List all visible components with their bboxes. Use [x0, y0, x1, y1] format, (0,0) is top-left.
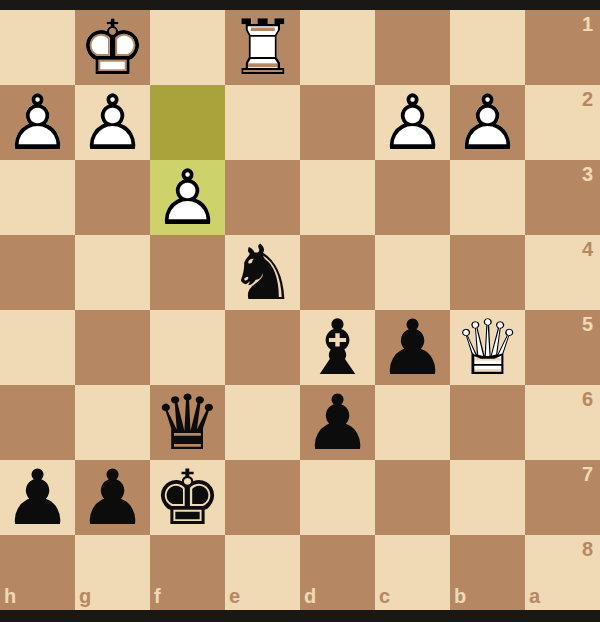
square-a5[interactable]: 5	[525, 310, 600, 385]
square-e4[interactable]: ♞	[225, 235, 300, 310]
file-label-h: h	[4, 585, 16, 608]
square-h6[interactable]	[0, 385, 75, 460]
square-f3[interactable]: ♟♙	[150, 160, 225, 235]
square-e6[interactable]	[225, 385, 300, 460]
rank-label-3: 3	[582, 163, 593, 186]
piece-black-king[interactable]: ♚	[150, 460, 225, 535]
piece-white-queen[interactable]: ♕	[450, 310, 525, 385]
square-h5[interactable]	[0, 310, 75, 385]
square-b4[interactable]	[450, 235, 525, 310]
square-g7[interactable]: ♟	[75, 460, 150, 535]
square-d7[interactable]	[300, 460, 375, 535]
square-c8[interactable]: c	[375, 535, 450, 610]
piece-black-pawn[interactable]: ♟	[0, 460, 75, 535]
square-f6[interactable]: ♛	[150, 385, 225, 460]
square-g6[interactable]	[75, 385, 150, 460]
rank-label-7: 7	[582, 463, 593, 486]
square-a8[interactable]: 8a	[525, 535, 600, 610]
rank-label-4: 4	[582, 238, 593, 261]
square-g8[interactable]: g	[75, 535, 150, 610]
white-rook-fill: ♜	[225, 10, 300, 85]
square-f4[interactable]	[150, 235, 225, 310]
square-c4[interactable]	[375, 235, 450, 310]
file-label-g: g	[79, 585, 91, 608]
square-c2[interactable]: ♟♙	[375, 85, 450, 160]
square-g1[interactable]: ♚♔	[75, 10, 150, 85]
white-pawn-fill: ♟	[0, 85, 75, 160]
white-pawn-fill: ♟	[450, 85, 525, 160]
square-e7[interactable]	[225, 460, 300, 535]
square-c7[interactable]	[375, 460, 450, 535]
square-h8[interactable]: h	[0, 535, 75, 610]
square-b7[interactable]	[450, 460, 525, 535]
piece-white-pawn[interactable]: ♙	[0, 85, 75, 160]
square-d5[interactable]: ♝	[300, 310, 375, 385]
file-label-c: c	[379, 585, 390, 608]
square-h4[interactable]	[0, 235, 75, 310]
square-d3[interactable]	[300, 160, 375, 235]
piece-black-pawn[interactable]: ♟	[75, 460, 150, 535]
rank-label-1: 1	[582, 13, 593, 36]
square-h3[interactable]	[0, 160, 75, 235]
square-f5[interactable]	[150, 310, 225, 385]
square-f2[interactable]	[150, 85, 225, 160]
piece-black-bishop[interactable]: ♝	[300, 310, 375, 385]
square-f1[interactable]	[150, 10, 225, 85]
white-pawn-fill: ♟	[75, 85, 150, 160]
square-d1[interactable]	[300, 10, 375, 85]
file-label-a: a	[529, 585, 540, 608]
rank-label-8: 8	[582, 538, 593, 561]
square-b6[interactable]	[450, 385, 525, 460]
square-c3[interactable]	[375, 160, 450, 235]
piece-black-queen[interactable]: ♛	[150, 385, 225, 460]
square-f8[interactable]: f	[150, 535, 225, 610]
square-c6[interactable]	[375, 385, 450, 460]
square-a7[interactable]: 7	[525, 460, 600, 535]
white-king-fill: ♚	[75, 10, 150, 85]
piece-white-pawn[interactable]: ♙	[450, 85, 525, 160]
square-g5[interactable]	[75, 310, 150, 385]
square-a4[interactable]: 4	[525, 235, 600, 310]
white-pawn-fill: ♟	[375, 85, 450, 160]
file-label-e: e	[229, 585, 240, 608]
square-d2[interactable]	[300, 85, 375, 160]
piece-white-rook[interactable]: ♖	[225, 10, 300, 85]
piece-black-pawn[interactable]: ♟	[375, 310, 450, 385]
square-d6[interactable]: ♟	[300, 385, 375, 460]
piece-white-pawn[interactable]: ♙	[375, 85, 450, 160]
square-g4[interactable]	[75, 235, 150, 310]
square-b8[interactable]: b	[450, 535, 525, 610]
piece-black-knight[interactable]: ♞	[225, 235, 300, 310]
file-label-b: b	[454, 585, 466, 608]
square-b3[interactable]	[450, 160, 525, 235]
square-e1[interactable]: ♜♖	[225, 10, 300, 85]
square-b1[interactable]	[450, 10, 525, 85]
square-a2[interactable]: 2	[525, 85, 600, 160]
app-frame: ♚♔♜♖1♟♙♟♙♟♙♟♙2♟♙3♞4♝♟♛♕5♛♟6♟♟♚7hgfedcb8a	[0, 0, 600, 622]
square-c1[interactable]	[375, 10, 450, 85]
square-e2[interactable]	[225, 85, 300, 160]
rank-label-6: 6	[582, 388, 593, 411]
white-queen-fill: ♛	[450, 310, 525, 385]
piece-white-king[interactable]: ♔	[75, 10, 150, 85]
piece-white-pawn[interactable]: ♙	[75, 85, 150, 160]
square-g3[interactable]	[75, 160, 150, 235]
square-h2[interactable]: ♟♙	[0, 85, 75, 160]
square-c5[interactable]: ♟	[375, 310, 450, 385]
chess-board: ♚♔♜♖1♟♙♟♙♟♙♟♙2♟♙3♞4♝♟♛♕5♛♟6♟♟♚7hgfedcb8a	[0, 10, 600, 610]
rank-label-2: 2	[582, 88, 593, 111]
square-a6[interactable]: 6	[525, 385, 600, 460]
square-h1[interactable]	[0, 10, 75, 85]
square-a1[interactable]: 1	[525, 10, 600, 85]
square-f7[interactable]: ♚	[150, 460, 225, 535]
square-a3[interactable]: 3	[525, 160, 600, 235]
square-e8[interactable]: e	[225, 535, 300, 610]
square-e5[interactable]	[225, 310, 300, 385]
square-e3[interactable]	[225, 160, 300, 235]
piece-black-pawn[interactable]: ♟	[300, 385, 375, 460]
square-d8[interactable]: d	[300, 535, 375, 610]
white-pawn-fill: ♟	[150, 160, 225, 235]
rank-label-5: 5	[582, 313, 593, 336]
piece-white-pawn[interactable]: ♙	[150, 160, 225, 235]
file-label-f: f	[154, 585, 161, 608]
square-g2[interactable]: ♟♙	[75, 85, 150, 160]
square-b2[interactable]: ♟♙	[450, 85, 525, 160]
square-h7[interactable]: ♟	[0, 460, 75, 535]
square-d4[interactable]	[300, 235, 375, 310]
square-b5[interactable]: ♛♕	[450, 310, 525, 385]
file-label-d: d	[304, 585, 316, 608]
